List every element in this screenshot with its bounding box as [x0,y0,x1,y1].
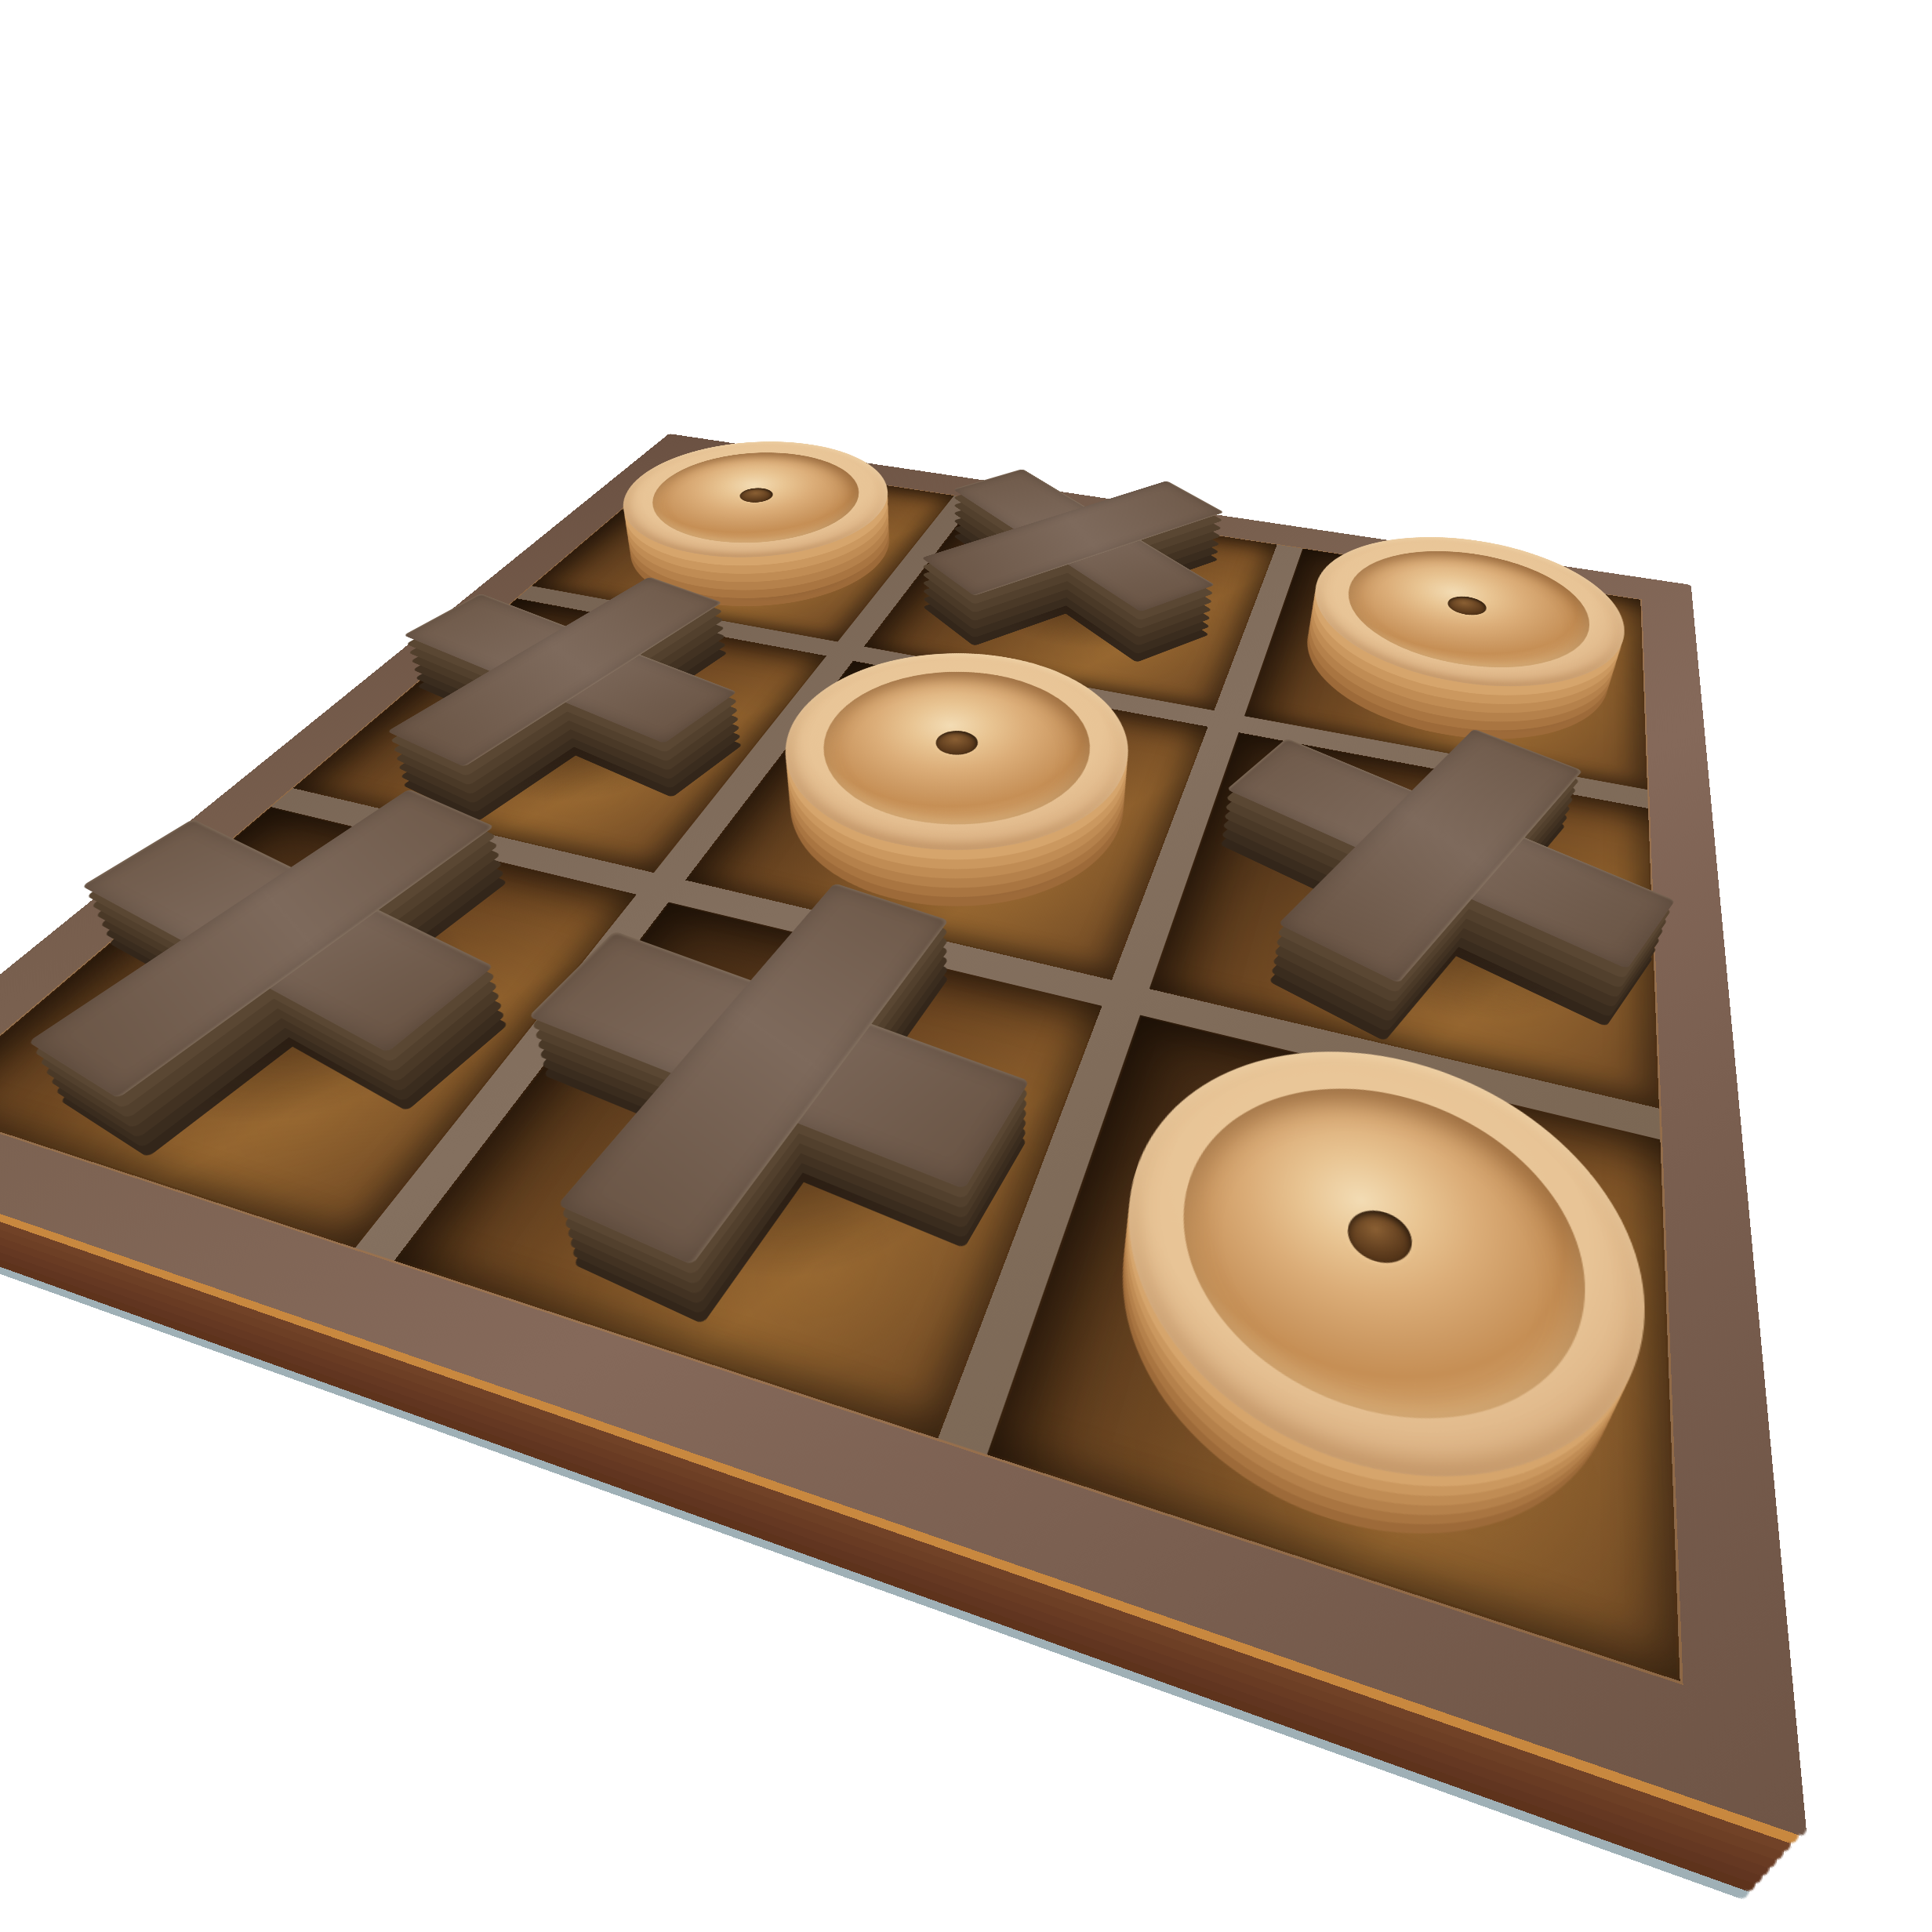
tic-tac-toe-board [0,434,1807,1838]
o-center-hole [735,486,779,504]
photo-background [0,0,1932,1932]
board-grid [0,455,1680,1681]
board-frame [0,434,1807,1838]
o-center-hole [929,728,983,758]
o-center-hole [1447,594,1487,618]
cell-r3c3[interactable] [986,1015,1680,1681]
o-center-hole [1344,1204,1414,1269]
